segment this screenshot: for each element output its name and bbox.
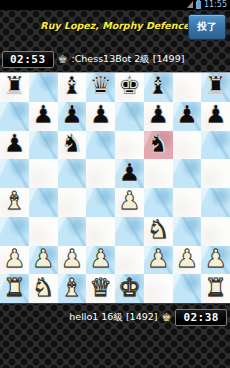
square-b4[interactable] xyxy=(29,188,58,217)
square-h6[interactable] xyxy=(201,131,230,160)
square-h8[interactable]: ♜ xyxy=(201,73,230,102)
square-a5[interactable] xyxy=(0,159,29,188)
square-f8[interactable]: ♝ xyxy=(144,73,173,102)
square-b6[interactable] xyxy=(29,131,58,160)
square-b2[interactable]: ♟ xyxy=(29,246,58,275)
square-h4[interactable] xyxy=(201,188,230,217)
square-f2[interactable]: ♟ xyxy=(144,246,173,275)
player-name: hello1 16級 [1492] xyxy=(69,311,157,324)
black-bishop: ♝ xyxy=(147,72,169,100)
square-f5[interactable] xyxy=(144,159,173,188)
black-pawn: ♟ xyxy=(176,101,198,129)
square-a7[interactable] xyxy=(0,102,29,131)
square-g2[interactable]: ♟ xyxy=(173,246,202,275)
square-b1[interactable]: ♞ xyxy=(29,274,58,303)
square-e5[interactable]: ♟ xyxy=(115,159,144,188)
status-bar: 11:55 xyxy=(0,0,230,10)
white-king-icon: ♚ xyxy=(162,312,172,323)
square-d5[interactable] xyxy=(86,159,115,188)
square-f6[interactable]: ♞ xyxy=(144,131,173,160)
opponent-clock: 02:53 xyxy=(2,51,54,68)
white-pawn: ♟ xyxy=(89,245,111,273)
app-background: 11:55 Ruy Lopez, Morphy Defence 投了 02:53… xyxy=(0,0,230,368)
white-pawn: ♟ xyxy=(61,245,83,273)
black-bishop: ♝ xyxy=(61,72,83,100)
status-time: 11:55 xyxy=(204,0,227,10)
square-g5[interactable] xyxy=(173,159,202,188)
square-d3[interactable] xyxy=(86,217,115,246)
square-h3[interactable] xyxy=(201,217,230,246)
white-pawn: ♟ xyxy=(32,245,54,273)
square-c5[interactable] xyxy=(58,159,87,188)
square-a1[interactable]: ♜ xyxy=(0,274,29,303)
square-b7[interactable]: ♟ xyxy=(29,102,58,131)
square-f7[interactable]: ♟ xyxy=(144,102,173,131)
black-rook: ♜ xyxy=(3,72,25,100)
square-b3[interactable] xyxy=(29,217,58,246)
white-pawn: ♟ xyxy=(118,187,140,215)
white-queen: ♛ xyxy=(89,274,111,302)
square-g1[interactable] xyxy=(173,274,202,303)
square-a8[interactable]: ♜ xyxy=(0,73,29,102)
black-rook: ♜ xyxy=(204,72,226,100)
square-g7[interactable]: ♟ xyxy=(173,102,202,131)
square-f3[interactable]: ♞ xyxy=(144,217,173,246)
square-d7[interactable]: ♟ xyxy=(86,102,115,131)
square-e8[interactable]: ♚ xyxy=(115,73,144,102)
square-c4[interactable] xyxy=(58,188,87,217)
white-knight: ♞ xyxy=(147,216,169,244)
signal-icon xyxy=(187,1,193,8)
resign-button[interactable]: 投了 xyxy=(188,14,226,40)
black-knight: ♞ xyxy=(147,130,169,158)
square-g8[interactable] xyxy=(173,73,202,102)
square-a2[interactable]: ♟ xyxy=(0,246,29,275)
square-f4[interactable] xyxy=(144,188,173,217)
white-bishop: ♝ xyxy=(3,187,25,215)
square-c6[interactable]: ♞ xyxy=(58,131,87,160)
white-rook: ♜ xyxy=(204,274,226,302)
square-d4[interactable] xyxy=(86,188,115,217)
black-king-icon: ♚ xyxy=(58,54,68,65)
black-pawn: ♟ xyxy=(118,159,140,187)
square-d1[interactable]: ♛ xyxy=(86,274,115,303)
white-rook: ♜ xyxy=(3,274,25,302)
white-king: ♚ xyxy=(118,274,140,302)
chess-board: ♜♝♛♚♝♜♟♟♟♟♟♟♟♞♞♟♝♟♞♟♟♟♟♟♟♟♜♞♝♛♚♜ xyxy=(0,72,230,304)
square-d6[interactable] xyxy=(86,131,115,160)
black-pawn: ♟ xyxy=(32,101,54,129)
black-queen: ♛ xyxy=(89,72,111,100)
square-h7[interactable]: ♟ xyxy=(201,102,230,131)
white-pawn: ♟ xyxy=(176,245,198,273)
square-h5[interactable] xyxy=(201,159,230,188)
white-bishop: ♝ xyxy=(61,274,83,302)
white-knight: ♞ xyxy=(32,274,54,302)
opponent-name: :Chess13Bot 2級 [1499] xyxy=(72,53,185,66)
square-b5[interactable] xyxy=(29,159,58,188)
square-e6[interactable] xyxy=(115,131,144,160)
black-pawn: ♟ xyxy=(147,101,169,129)
square-g3[interactable] xyxy=(173,217,202,246)
square-a4[interactable]: ♝ xyxy=(0,188,29,217)
square-e1[interactable]: ♚ xyxy=(115,274,144,303)
square-c3[interactable] xyxy=(58,217,87,246)
square-e2[interactable] xyxy=(115,246,144,275)
square-c7[interactable]: ♟ xyxy=(58,102,87,131)
player-clock: 02:38 xyxy=(175,309,227,326)
black-knight: ♞ xyxy=(61,130,83,158)
black-pawn: ♟ xyxy=(61,101,83,129)
square-e4[interactable]: ♟ xyxy=(115,188,144,217)
black-king: ♚ xyxy=(118,72,140,100)
player-bar: hello1 16級 [1492] ♚ 02:38 xyxy=(0,304,230,330)
header: Ruy Lopez, Morphy Defence 投了 xyxy=(0,10,230,46)
square-d2[interactable]: ♟ xyxy=(86,246,115,275)
square-g4[interactable] xyxy=(173,188,202,217)
square-e7[interactable] xyxy=(115,102,144,131)
square-d8[interactable]: ♛ xyxy=(86,73,115,102)
square-h2[interactable]: ♟ xyxy=(201,246,230,275)
battery-icon xyxy=(196,1,201,9)
white-pawn: ♟ xyxy=(3,245,25,273)
square-a3[interactable] xyxy=(0,217,29,246)
square-c2[interactable]: ♟ xyxy=(58,246,87,275)
opponent-bar: 02:53 ♚ :Chess13Bot 2級 [1499] xyxy=(0,46,230,72)
black-pawn: ♟ xyxy=(89,101,111,129)
black-pawn: ♟ xyxy=(3,130,25,158)
square-e3[interactable] xyxy=(115,217,144,246)
square-c1[interactable]: ♝ xyxy=(58,274,87,303)
square-a6[interactable]: ♟ xyxy=(0,131,29,160)
square-b8[interactable] xyxy=(29,73,58,102)
square-f1[interactable] xyxy=(144,274,173,303)
black-pawn: ♟ xyxy=(204,101,226,129)
square-g6[interactable] xyxy=(173,131,202,160)
square-h1[interactable]: ♜ xyxy=(201,274,230,303)
white-pawn: ♟ xyxy=(204,245,226,273)
white-pawn: ♟ xyxy=(147,245,169,273)
square-c8[interactable]: ♝ xyxy=(58,73,87,102)
